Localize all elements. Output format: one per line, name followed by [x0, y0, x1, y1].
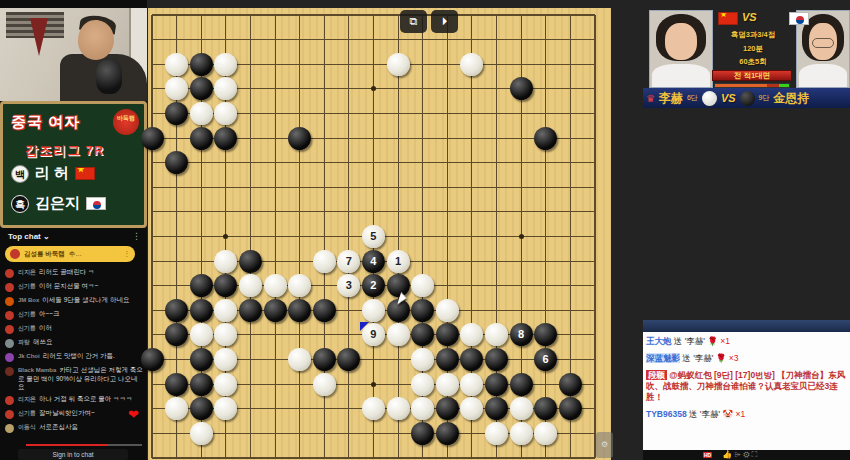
- gift-icon: 🤡 ×1: [722, 409, 745, 419]
- player-name-bar: ♛ 李赫 6단 VS 9단 金恩持: [643, 88, 850, 108]
- chat-text: 신기룡잘마날씨핫인가여~: [18, 409, 95, 419]
- korea-flag-icon: [789, 12, 809, 25]
- chat-message[interactable]: Jk Choi리허도 맛탱이 간거 가틈.: [5, 352, 143, 362]
- pip-overlay-button[interactable]: ⧉: [400, 10, 427, 33]
- progress-bar-rest[interactable]: [108, 444, 142, 446]
- main-time-rule: 120분: [712, 44, 794, 54]
- black-stone-13-14: [436, 323, 459, 346]
- chat-author: 신기룡: [18, 410, 36, 416]
- player-control-icons[interactable]: 👍 ⌲ ⚙ ⛶: [722, 450, 757, 460]
- white-stone-15-18: [485, 422, 508, 445]
- chat-author: 이동식: [18, 424, 36, 430]
- white-stone-5-12: [239, 274, 262, 297]
- black-stone-18-16: [559, 373, 582, 396]
- white-player-name: 李赫: [659, 90, 683, 107]
- black-stone-12-18: [411, 422, 434, 445]
- white-stone-4-11: [214, 250, 237, 273]
- white-stone-17-18: [534, 422, 557, 445]
- white-stone-4-3: [214, 53, 237, 76]
- left-column: 중국 여자 바둑랩 갑조리그 7R 백 리 허 흑 김은지 Top chat ⌄…: [0, 0, 147, 460]
- white-stone-16-18: [510, 422, 533, 445]
- pinned-menu-icon[interactable]: ⋮: [124, 250, 131, 258]
- black-stone-13-17: [436, 397, 459, 420]
- play-icon: ⏵: [442, 15, 448, 27]
- white-stone-10-10: 5: [362, 225, 385, 248]
- avatar: [10, 249, 20, 259]
- black-stone-15-17: [485, 397, 508, 420]
- app-chat-text: 送 '李赫': [687, 409, 723, 419]
- white-stone-4-13: [214, 299, 237, 322]
- chat-menu-icon[interactable]: ⋮: [132, 231, 141, 241]
- move-number: 8: [510, 323, 533, 346]
- hd-badge: HD: [703, 452, 712, 458]
- app-chat-message: 深蓝魅影 送 '李赫' 🌹 ×3: [646, 353, 847, 364]
- black-stone-2-5: [165, 102, 188, 125]
- chat-author: 신기룡: [18, 325, 36, 331]
- app-chat-message: TYB96358 送 '李赫' 🤡 ×1: [646, 409, 847, 420]
- webcam-view: [0, 8, 147, 101]
- player-controls-bar[interactable]: HD 👍 ⌲ ⚙ ⛶: [643, 450, 850, 460]
- black-stone-12-14: [411, 323, 434, 346]
- chat-message[interactable]: 파랑해쓰요: [5, 338, 143, 348]
- black-stone-9-15: [337, 348, 360, 371]
- white-player-row: 백 리 허: [11, 164, 95, 183]
- white-stone-13-13: [436, 299, 459, 322]
- white-stone-2-4: [165, 77, 188, 100]
- white-stone-12-17: [411, 397, 434, 420]
- komi-rule: 흑덤3과3/4점: [712, 30, 794, 40]
- black-stone-8-13: [313, 299, 336, 322]
- star-point: [371, 382, 376, 387]
- grid-line-v: [545, 15, 546, 458]
- black-stone-2-7: [165, 151, 188, 174]
- avatar: [5, 396, 14, 405]
- vs-label: VS: [742, 11, 757, 23]
- avatar: [5, 339, 14, 348]
- black-player-name: 金恩持: [773, 90, 809, 107]
- black-stone-4-12: [214, 274, 237, 297]
- white-stone-3-5: [190, 102, 213, 125]
- black-stone-3-4: [190, 77, 213, 100]
- black-stone-15-15: [485, 348, 508, 371]
- photo-shirt: [799, 64, 847, 88]
- white-stone-3-14: [190, 323, 213, 346]
- app-chat-area[interactable]: 王大炮 送 '李赫' 🌹 ×1深蓝魅影 送 '李赫' 🌹 ×3段颖 @蚂蚁红包 …: [643, 332, 850, 450]
- gift-icon: 🌹 ×1: [707, 336, 730, 346]
- white-stone-4-4: [214, 77, 237, 100]
- head-to-head-record: 전 적1대면: [712, 70, 792, 81]
- chat-message[interactable]: 신기룡아~~크: [5, 310, 143, 320]
- black-stone-4-6: [214, 127, 237, 150]
- go-board[interactable]: 574132986: [148, 8, 611, 460]
- china-flag-icon: [718, 12, 738, 25]
- china-flag-icon: [75, 167, 95, 180]
- move-number: 3: [337, 274, 360, 297]
- white-stone-12-12: [411, 274, 434, 297]
- white-stone-12-15: [411, 348, 434, 371]
- pennant-flag: [30, 18, 48, 56]
- star-point: [371, 86, 376, 91]
- chat-author: JM Box: [18, 297, 39, 303]
- pinned-message[interactable]: 김성룡 바둑랩 추… ⋮: [5, 246, 135, 262]
- white-stone-16-17: [510, 397, 533, 420]
- black-stone-10-12: 2: [362, 274, 385, 297]
- panel-divider: [643, 320, 850, 332]
- black-stone-12-13: [411, 299, 434, 322]
- black-stone-3-17: [190, 397, 213, 420]
- chat-text: Jk Choi리허도 맛탱이 간거 가틈.: [18, 352, 115, 362]
- white-stone-4-5: [214, 102, 237, 125]
- white-stone-9-11: 7: [337, 250, 360, 273]
- chat-author: 신기룡: [18, 311, 36, 317]
- pinned-text: 추…: [69, 250, 82, 259]
- black-stone-16-14: 8: [510, 323, 533, 346]
- chat-message[interactable]: 리지은리허도 골때린다 ㅋ: [5, 268, 143, 278]
- black-stone-17-6: [534, 127, 557, 150]
- variation-marker-icon: [360, 322, 369, 331]
- chat-text: 리지은하나 거점 둬 축으로 몰아 ㅋㅋㅋ: [18, 395, 133, 405]
- black-stone-5-13: [239, 299, 262, 322]
- black-stone-badge: 흑: [11, 195, 29, 213]
- crown-icon: ♛: [646, 93, 655, 104]
- chat-author: Jk Choi: [18, 353, 40, 359]
- chat-text: 신기룡이허 문지선물 여ㅋ~: [18, 282, 98, 292]
- avatar: [5, 410, 14, 419]
- white-stone-4-14: [214, 323, 237, 346]
- white-stone-12-16: [411, 373, 434, 396]
- white-stone-icon: [702, 91, 717, 106]
- grid-line-v: [398, 15, 399, 458]
- byoyomi-rule: 60초5회: [712, 57, 794, 67]
- black-stone-13-18: [436, 422, 459, 445]
- app-chat-text: 送 '李赫': [672, 336, 708, 346]
- gift-icon: 🌹 ×3: [716, 353, 739, 363]
- chat-text: 신기룡이허: [18, 324, 52, 334]
- panel-title: 중국 여자: [11, 113, 80, 132]
- white-stone-10-13: [362, 299, 385, 322]
- photo-shirt: [652, 64, 709, 88]
- white-stone-14-14: [460, 323, 483, 346]
- chat-text: 파랑해쓰요: [18, 338, 53, 348]
- move-number: 2: [362, 274, 385, 297]
- chat-message[interactable]: JM Box이세돌 9단을 생각나게 하네요: [5, 296, 143, 306]
- chat-text: Black Mamba카타고 선생님은 저렇게 축으로 몰면 백이 90%이상 …: [18, 366, 143, 391]
- white-stone-8-16: [313, 373, 336, 396]
- chat-author: 신기룡: [18, 283, 36, 289]
- black-stone-13-15: [436, 348, 459, 371]
- app-chat-author: 深蓝魅影: [646, 353, 680, 363]
- avatar: [5, 325, 14, 334]
- stream-screenshot: 중국 여자 바둑랩 갑조리그 7R 백 리 허 흑 김은지 Top chat ⌄…: [0, 0, 850, 460]
- avatar: [5, 269, 14, 278]
- photo-face: [665, 23, 697, 59]
- move-number: 5: [362, 225, 385, 248]
- chat-message[interactable]: 신기룡잘마날씨핫인가여~: [5, 409, 143, 419]
- black-stone-16-4: [510, 77, 533, 100]
- black-player-rank: 9단: [759, 93, 770, 103]
- white-stone-14-17: [460, 397, 483, 420]
- white-stone-badge: 백: [11, 165, 29, 183]
- white-stone-14-3: [460, 53, 483, 76]
- black-stone-6-13: [264, 299, 287, 322]
- app-chat-text: @蚂蚁红包 [9단] [17]0번방] 【刀神擂台】东风吹、战鼓擂、刀神擂台谁怕…: [646, 370, 845, 402]
- white-stone-4-15: [214, 348, 237, 371]
- black-player-row: 흑 김은지: [11, 194, 106, 213]
- grid-line-v: [594, 15, 596, 458]
- white-stone-9-12: 3: [337, 274, 360, 297]
- avatar: [5, 367, 14, 376]
- black-stone-17-14: [534, 323, 557, 346]
- black-stone-7-6: [288, 127, 311, 150]
- white-stone-7-15: [288, 348, 311, 371]
- avatar: [5, 353, 14, 362]
- game-app-panel: VS 흑덤3과3/4점 120분 60초5회 전 적1대면 ♛ 李赫 6단 VS…: [643, 0, 850, 460]
- black-stone-18-17: [559, 397, 582, 420]
- vs-label: VS: [721, 92, 736, 104]
- white-stone-2-3: [165, 53, 188, 76]
- chat-message-list[interactable]: 리지은리허도 골때린다 ㅋ신기룡이허 문지선물 여ㅋ~JM Box이세돌 9단을…: [5, 268, 143, 440]
- white-stone-10-17: [362, 397, 385, 420]
- avatar: [5, 424, 14, 433]
- youtube-chat: Top chat ⌄ ⋮ 김성룡 바둑랩 추… ⋮ 리지은리허도 골때린다 ㅋ신…: [0, 228, 147, 460]
- chat-mode-dropdown[interactable]: Top chat ⌄: [8, 232, 50, 241]
- grid-line-h: [152, 457, 595, 459]
- black-stone-2-13: [165, 299, 188, 322]
- app-chat-text: 送 '李赫': [680, 353, 716, 363]
- black-stone-2-16: [165, 373, 188, 396]
- korea-flag-icon: [86, 197, 106, 210]
- microphone: [96, 60, 122, 94]
- heart-reaction-icon: ❤: [128, 407, 139, 422]
- black-stone-2-14: [165, 323, 188, 346]
- pinned-name: 김성룡 바둑랩: [24, 250, 65, 259]
- move-number: 4: [362, 250, 385, 273]
- black-stone-3-15: [190, 348, 213, 371]
- gear-glyph: ⚙: [601, 440, 608, 449]
- stream-info-panel: 중국 여자 바둑랩 갑조리그 7R 백 리 허 흑 김은지: [0, 101, 147, 228]
- app-chat-message: 段颖 @蚂蚁红包 [9단] [17]0번방] 【刀神擂台】东风吹、战鼓擂、刀神擂…: [646, 370, 847, 403]
- chat-text: 이동식서로존심사움: [18, 423, 78, 433]
- white-stone-8-11: [313, 250, 336, 273]
- chat-message[interactable]: 신기룡이허: [5, 324, 143, 334]
- app-chat-author: 段颖: [646, 370, 667, 380]
- app-chat-message: 王大炮 送 '李赫' 🌹 ×1: [646, 336, 847, 347]
- chat-text: JM Box이세돌 9단을 생각나게 하네요: [18, 296, 129, 306]
- glasses-icon: [812, 38, 835, 48]
- black-stone-14-15: [460, 348, 483, 371]
- black-stone-8-15: [313, 348, 336, 371]
- chat-message[interactable]: 리지은하나 거점 둬 축으로 몰아 ㅋㅋㅋ: [5, 395, 143, 405]
- play-overlay-button[interactable]: ⏵: [431, 10, 458, 33]
- black-stone-3-13: [190, 299, 213, 322]
- settings-gear-icon[interactable]: ⚙: [596, 432, 613, 458]
- chat-author: 리지은: [18, 269, 36, 275]
- white-player-rank: 6단: [687, 93, 698, 103]
- app-chat-author: TYB96358: [646, 409, 687, 419]
- move-number: 1: [387, 250, 410, 273]
- avatar: [5, 297, 14, 306]
- white-stone-7-12: [288, 274, 311, 297]
- black-stone-3-16: [190, 373, 213, 396]
- chat-author: 파랑: [18, 339, 30, 345]
- white-stone-2-17: [165, 397, 188, 420]
- sign-in-to-chat-button[interactable]: Sign in to chat: [18, 449, 128, 460]
- chat-author: Black Mamba: [18, 367, 56, 373]
- chat-text: 신기룡아~~크: [18, 310, 60, 320]
- progress-bar-played[interactable]: [26, 444, 108, 446]
- white-stone-11-11: 1: [387, 250, 410, 273]
- black-stone-icon: [740, 91, 755, 106]
- move-number: 7: [337, 250, 360, 273]
- app-chat-author: 王大炮: [646, 336, 672, 346]
- black-stone-10-11: 4: [362, 250, 385, 273]
- black-player-name: 김은지: [35, 194, 80, 213]
- white-stone-15-14: [485, 323, 508, 346]
- black-stone-1-15: [141, 348, 164, 371]
- avatar: [5, 283, 14, 292]
- league-label: 갑조리그 7R: [25, 142, 104, 160]
- black-stone-1-6: [141, 127, 164, 150]
- black-stone-17-15: 6: [534, 348, 557, 371]
- black-stone-5-11: [239, 250, 262, 273]
- move-number: 6: [534, 348, 557, 371]
- black-stone-15-16: [485, 373, 508, 396]
- white-stone-11-14: [387, 323, 410, 346]
- white-player-name: 리 허: [35, 164, 69, 183]
- black-stone-16-16: [510, 373, 533, 396]
- white-stone-11-17: [387, 397, 410, 420]
- chat-author: 리지은: [18, 396, 36, 402]
- white-stone-6-12: [264, 274, 287, 297]
- chat-text: 리지은리허도 골때린다 ㅋ: [18, 268, 95, 278]
- pip-icon: ⧉: [410, 15, 418, 27]
- white-stone-13-16: [436, 373, 459, 396]
- white-player-photo: [649, 10, 713, 88]
- white-stone-3-18: [190, 422, 213, 445]
- white-stone-4-17: [214, 397, 237, 420]
- chat-message[interactable]: 이동식서로존심사움: [5, 423, 143, 433]
- black-stone-3-6: [190, 127, 213, 150]
- channel-badge: 바둑랩: [113, 109, 139, 135]
- white-stone-14-16: [460, 373, 483, 396]
- white-stone-11-3: [387, 53, 410, 76]
- avatar: [5, 311, 14, 320]
- black-stone-3-12: [190, 274, 213, 297]
- black-stone-17-17: [534, 397, 557, 420]
- black-stone-3-3: [190, 53, 213, 76]
- white-stone-4-16: [214, 373, 237, 396]
- star-point: [519, 234, 524, 239]
- black-stone-7-13: [288, 299, 311, 322]
- chat-message[interactable]: 신기룡이허 문지선물 여ㅋ~: [5, 282, 143, 292]
- chat-message[interactable]: Black Mamba카타고 선생님은 저렇게 축으로 몰면 백이 90%이상 …: [5, 366, 143, 391]
- star-point: [223, 234, 228, 239]
